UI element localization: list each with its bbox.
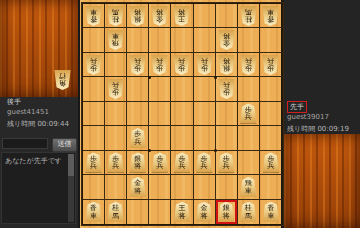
- piece-kanji: 将: [156, 7, 163, 15]
- board-square[interactable]: [171, 126, 193, 150]
- chat-log[interactable]: あなたが先手です: [1, 152, 76, 224]
- board-square[interactable]: [83, 175, 105, 199]
- shogi-board-grid: 香車桂馬銀将金将王将桂馬香車飛車金将歩兵歩兵歩兵歩兵歩兵銀将歩兵歩兵歩兵歩兵歩兵…: [82, 3, 283, 225]
- piece-kanji: 兵: [245, 114, 252, 122]
- board-square[interactable]: 歩兵: [194, 151, 216, 175]
- piece-kanji: 兵: [223, 163, 230, 171]
- piece-kanji: 兵: [134, 139, 141, 147]
- sente-side-label: 先手: [287, 101, 307, 113]
- sente-username: guest39017: [287, 113, 329, 121]
- piece-kanji: 将: [134, 7, 141, 15]
- board-square[interactable]: 歩兵: [83, 53, 105, 77]
- board-square[interactable]: 金将: [149, 4, 171, 28]
- board-square[interactable]: [149, 175, 171, 199]
- board-square[interactable]: 歩兵: [238, 53, 260, 77]
- piece-kanji: 兵: [156, 56, 163, 64]
- shogi-piece-knight[interactable]: 桂馬: [240, 6, 257, 26]
- shogi-piece-knight[interactable]: 桂馬: [107, 202, 124, 222]
- piece-kanji: 将: [134, 163, 141, 171]
- piece-kanji: 角: [59, 79, 66, 87]
- board-square[interactable]: 歩兵: [105, 151, 127, 175]
- piece-kanji: 馬: [112, 7, 119, 15]
- board-square[interactable]: 香車: [83, 200, 105, 224]
- shogi-piece-silver[interactable]: 銀将: [129, 6, 146, 26]
- piece-kanji: 車: [90, 213, 97, 221]
- board-square[interactable]: 飛車: [105, 28, 127, 52]
- board-square[interactable]: 桂馬: [105, 4, 127, 28]
- shogi-piece-rook[interactable]: 飛車: [107, 30, 124, 50]
- board-square[interactable]: 歩兵: [127, 126, 149, 150]
- board-square[interactable]: [149, 200, 171, 224]
- shogi-piece-gold[interactable]: 金将: [151, 6, 168, 26]
- shogi-piece-silver[interactable]: 銀将: [218, 55, 235, 75]
- board-square[interactable]: [194, 28, 216, 52]
- board-square[interactable]: 歩兵: [105, 77, 127, 101]
- board-square[interactable]: 王将: [171, 4, 193, 28]
- piece-kanji: 将: [223, 213, 230, 221]
- shogi-piece-knight[interactable]: 桂馬: [240, 202, 257, 222]
- board-square[interactable]: [194, 126, 216, 150]
- board-square[interactable]: [127, 77, 149, 101]
- board-square[interactable]: 歩兵: [194, 53, 216, 77]
- board-square[interactable]: 歩兵: [216, 77, 238, 101]
- piece-kanji: 馬: [245, 7, 252, 15]
- shogi-piece-knight[interactable]: 桂馬: [107, 6, 124, 26]
- shogi-piece-silver[interactable]: 銀将: [218, 202, 235, 222]
- shogi-piece-pawn[interactable]: 歩兵: [107, 152, 124, 172]
- shogi-piece-gold[interactable]: 金将: [196, 202, 213, 222]
- shogi-piece-lance[interactable]: 香車: [262, 202, 279, 222]
- board-square[interactable]: [83, 102, 105, 126]
- piece-kanji: 行: [59, 72, 66, 80]
- board-square[interactable]: [171, 175, 193, 199]
- chat-scrollbar-thumb[interactable]: [68, 154, 74, 176]
- gote-username: guest41451: [7, 108, 49, 116]
- piece-kanji: 兵: [90, 163, 97, 171]
- shogi-piece-pawn[interactable]: 歩兵: [129, 55, 146, 75]
- piece-kanji: 車: [267, 7, 274, 15]
- shogi-piece-pawn[interactable]: 歩兵: [173, 152, 190, 172]
- board-square[interactable]: 桂馬: [238, 200, 260, 224]
- board-square[interactable]: [105, 102, 127, 126]
- board-square[interactable]: 銀将: [216, 200, 238, 224]
- gote-time-remaining: 残り時間 00:09:44: [7, 119, 69, 129]
- board-square[interactable]: [149, 102, 171, 126]
- shogi-piece-lance[interactable]: 香車: [262, 6, 279, 26]
- shogi-piece-pawn[interactable]: 歩兵: [129, 128, 146, 148]
- shogi-piece-king[interactable]: 王将: [173, 202, 190, 222]
- board-square[interactable]: [260, 126, 282, 150]
- board-square[interactable]: [171, 28, 193, 52]
- board-square[interactable]: [127, 200, 149, 224]
- piece-kanji: 兵: [201, 56, 208, 64]
- piece-kanji: 歩: [112, 88, 119, 96]
- shogi-piece-king[interactable]: 王将: [173, 6, 190, 26]
- shogi-piece-bishop[interactable]: 角行: [54, 70, 71, 90]
- board-square[interactable]: 金将: [216, 28, 238, 52]
- board-square[interactable]: [105, 126, 127, 150]
- chat-input[interactable]: [2, 138, 48, 149]
- piece-kanji: 車: [90, 7, 97, 15]
- piece-kanji: 将: [201, 213, 208, 221]
- board-square[interactable]: [238, 151, 260, 175]
- board-square[interactable]: 桂馬: [105, 200, 127, 224]
- gote-panel: 角行 後手 guest41451 残り時間 00:09:44 送信 あなたが先手…: [0, 0, 78, 228]
- piece-kanji: 将: [178, 7, 185, 15]
- board-square[interactable]: 歩兵: [127, 53, 149, 77]
- piece-kanji: 将: [223, 56, 230, 64]
- board-square[interactable]: [216, 4, 238, 28]
- shogi-piece-pawn[interactable]: 歩兵: [218, 79, 235, 99]
- board-square[interactable]: [260, 175, 282, 199]
- piece-kanji: 兵: [178, 56, 185, 64]
- piece-kanji: 歩: [223, 88, 230, 96]
- board-square[interactable]: [194, 175, 216, 199]
- shogi-piece-pawn[interactable]: 歩兵: [218, 152, 235, 172]
- board-square[interactable]: 金将: [194, 200, 216, 224]
- sente-panel: 先手 guest39017 残り時間 00:09:19 角行: [284, 0, 360, 228]
- board-square[interactable]: 香車: [260, 4, 282, 28]
- shogi-piece-pawn[interactable]: 歩兵: [262, 152, 279, 172]
- shogi-piece-pawn[interactable]: 歩兵: [151, 55, 168, 75]
- board-square[interactable]: [171, 77, 193, 101]
- chat-scrollbar[interactable]: [68, 154, 74, 222]
- board-square[interactable]: [83, 28, 105, 52]
- hoshi-dot: [148, 76, 151, 79]
- board-square[interactable]: 王将: [171, 200, 193, 224]
- gote-komadai: 角行: [0, 0, 78, 97]
- board-square[interactable]: [105, 175, 127, 199]
- board-square[interactable]: [127, 102, 149, 126]
- board-square[interactable]: 歩兵: [260, 53, 282, 77]
- piece-kanji: 兵: [134, 56, 141, 64]
- piece-kanji: 兵: [201, 163, 208, 171]
- board-square[interactable]: [83, 126, 105, 150]
- board-square[interactable]: [127, 28, 149, 52]
- hoshi-dot: [214, 76, 217, 79]
- gote-captured-tray: 角行: [54, 70, 71, 90]
- piece-kanji: 金: [223, 39, 230, 47]
- board-square[interactable]: 桂馬: [238, 4, 260, 28]
- piece-kanji: 兵: [267, 163, 274, 171]
- sente-komadai: 角行: [284, 134, 360, 228]
- piece-kanji: 兵: [90, 56, 97, 64]
- piece-kanji: 飛: [112, 39, 119, 47]
- shogi-piece-pawn[interactable]: 歩兵: [196, 55, 213, 75]
- piece-kanji: 兵: [156, 163, 163, 171]
- shogi-piece-gold[interactable]: 金将: [218, 30, 235, 50]
- board-square[interactable]: 銀将: [127, 151, 149, 175]
- board-square[interactable]: [260, 28, 282, 52]
- chat-message: あなたが先手です: [5, 156, 62, 166]
- board-square[interactable]: [260, 77, 282, 101]
- piece-kanji: 車: [245, 188, 252, 196]
- board-square[interactable]: [238, 126, 260, 150]
- piece-kanji: 兵: [267, 56, 274, 64]
- board-square[interactable]: [238, 77, 260, 101]
- send-button[interactable]: 送信: [52, 138, 77, 152]
- board-square[interactable]: 歩兵: [260, 151, 282, 175]
- board-square[interactable]: 香車: [260, 200, 282, 224]
- board-square[interactable]: 歩兵: [238, 102, 260, 126]
- hoshi-dot: [214, 149, 217, 152]
- hoshi-dot: [148, 149, 151, 152]
- board-square[interactable]: [171, 102, 193, 126]
- board-square[interactable]: [238, 28, 260, 52]
- board-square[interactable]: 歩兵: [216, 151, 238, 175]
- board-square[interactable]: 歩兵: [171, 53, 193, 77]
- piece-kanji: 兵: [178, 163, 185, 171]
- board-square[interactable]: 銀将: [216, 53, 238, 77]
- piece-kanji: 馬: [245, 213, 252, 221]
- shogi-piece-lance[interactable]: 香車: [85, 202, 102, 222]
- shogi-piece-pawn[interactable]: 歩兵: [196, 152, 213, 172]
- board-square[interactable]: [83, 77, 105, 101]
- shogi-app-window: 角行 後手 guest41451 残り時間 00:09:44 送信 あなたが先手…: [0, 0, 360, 228]
- shogi-piece-lance[interactable]: 香車: [85, 6, 102, 26]
- board-square[interactable]: [194, 77, 216, 101]
- shogi-board: 香車桂馬銀将金将王将桂馬香車飛車金将歩兵歩兵歩兵歩兵歩兵銀将歩兵歩兵歩兵歩兵歩兵…: [78, 0, 284, 228]
- piece-kanji: 車: [112, 32, 119, 40]
- shogi-piece-pawn[interactable]: 歩兵: [173, 55, 190, 75]
- board-square[interactable]: 飛車: [238, 175, 260, 199]
- board-square[interactable]: [105, 53, 127, 77]
- piece-kanji: 兵: [223, 81, 230, 89]
- board-square[interactable]: [194, 4, 216, 28]
- board-square[interactable]: [194, 102, 216, 126]
- sente-time-remaining: 残り時間 00:09:19: [287, 124, 349, 134]
- shogi-piece-pawn[interactable]: 歩兵: [240, 55, 257, 75]
- piece-kanji: 兵: [245, 56, 252, 64]
- shogi-piece-pawn[interactable]: 歩兵: [107, 79, 124, 99]
- shogi-piece-gold[interactable]: 金将: [129, 177, 146, 197]
- shogi-piece-pawn[interactable]: 歩兵: [262, 55, 279, 75]
- shogi-piece-rook[interactable]: 飛車: [240, 177, 257, 197]
- piece-kanji: 馬: [112, 213, 119, 221]
- board-square[interactable]: [149, 28, 171, 52]
- piece-kanji: 将: [178, 213, 185, 221]
- board-square[interactable]: 歩兵: [83, 151, 105, 175]
- board-square[interactable]: [149, 77, 171, 101]
- piece-kanji: 兵: [112, 81, 119, 89]
- shogi-piece-pawn[interactable]: 歩兵: [85, 152, 102, 172]
- gote-side-label: 後手: [7, 97, 21, 107]
- board-square[interactable]: [216, 175, 238, 199]
- shogi-piece-pawn[interactable]: 歩兵: [85, 55, 102, 75]
- shogi-piece-pawn[interactable]: 歩兵: [151, 152, 168, 172]
- board-square[interactable]: [216, 126, 238, 150]
- piece-kanji: 将: [223, 32, 230, 40]
- shogi-piece-silver[interactable]: 銀将: [129, 152, 146, 172]
- board-square[interactable]: 金将: [127, 175, 149, 199]
- piece-kanji: 将: [134, 188, 141, 196]
- piece-kanji: 兵: [112, 163, 119, 171]
- board-square[interactable]: 歩兵: [149, 53, 171, 77]
- piece-kanji: 車: [267, 213, 274, 221]
- board-square[interactable]: 香車: [83, 4, 105, 28]
- board-square[interactable]: 歩兵: [149, 151, 171, 175]
- shogi-piece-pawn[interactable]: 歩兵: [240, 103, 257, 123]
- board-square[interactable]: 銀将: [127, 4, 149, 28]
- board-square[interactable]: 歩兵: [171, 151, 193, 175]
- board-square[interactable]: [260, 102, 282, 126]
- board-square[interactable]: [149, 126, 171, 150]
- board-square[interactable]: [216, 102, 238, 126]
